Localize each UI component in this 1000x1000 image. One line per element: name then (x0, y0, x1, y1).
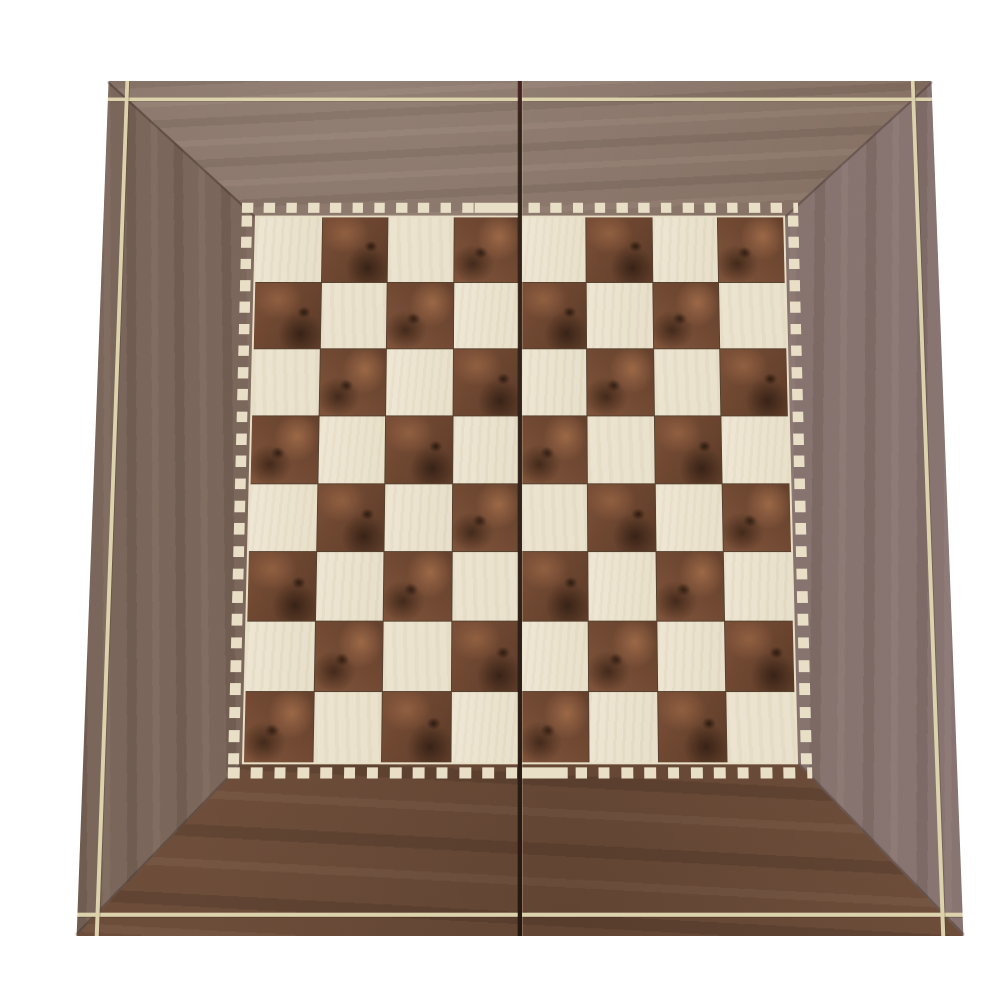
square-c3 (384, 552, 452, 620)
square-e2 (520, 622, 588, 691)
square-h4 (723, 484, 791, 552)
square-h5 (722, 416, 790, 483)
square-f4 (588, 484, 655, 552)
square-a7 (254, 283, 321, 348)
square-f7 (587, 283, 653, 348)
square-c2 (383, 622, 451, 691)
square-d6 (453, 349, 519, 415)
square-g7 (653, 283, 719, 348)
square-b6 (319, 349, 386, 415)
square-f8 (586, 217, 652, 282)
square-a5 (251, 416, 319, 483)
square-f3 (588, 552, 656, 620)
square-a4 (249, 484, 317, 552)
square-d5 (453, 416, 520, 483)
chess-board (77, 81, 964, 935)
fold-seam (518, 81, 522, 935)
square-d1 (451, 692, 519, 762)
square-g3 (656, 552, 724, 620)
dash-long-segment-bottom (522, 767, 568, 778)
square-b8 (322, 217, 388, 282)
square-h1 (727, 692, 796, 762)
square-b1 (313, 692, 382, 762)
square-d8 (454, 217, 519, 282)
square-d4 (453, 484, 520, 552)
square-a1 (244, 692, 313, 762)
square-e6 (520, 349, 586, 415)
square-f2 (589, 622, 657, 691)
square-g8 (652, 217, 718, 282)
square-c7 (387, 283, 453, 348)
square-f6 (587, 349, 654, 415)
square-g6 (654, 349, 721, 415)
square-c6 (386, 349, 453, 415)
square-h7 (719, 283, 786, 348)
square-f5 (588, 416, 655, 483)
square-e1 (520, 692, 588, 762)
square-g5 (655, 416, 722, 483)
square-h2 (725, 622, 794, 691)
square-a6 (252, 349, 319, 415)
square-c5 (386, 416, 453, 483)
square-g1 (658, 692, 727, 762)
square-d7 (454, 283, 520, 348)
square-b7 (320, 283, 386, 348)
square-a2 (246, 622, 315, 691)
square-e7 (520, 283, 586, 348)
square-c4 (385, 484, 452, 552)
dash-long-segment-top (475, 203, 519, 213)
square-b4 (317, 484, 385, 552)
square-g4 (655, 484, 723, 552)
square-e4 (520, 484, 587, 552)
square-h6 (721, 349, 788, 415)
square-c8 (388, 217, 454, 282)
square-a8 (255, 217, 321, 282)
square-d3 (452, 552, 519, 620)
square-b3 (316, 552, 384, 620)
square-b2 (314, 622, 383, 691)
square-e5 (520, 416, 587, 483)
square-e3 (520, 552, 587, 620)
square-d2 (452, 622, 520, 691)
square-b5 (318, 416, 385, 483)
square-a3 (247, 552, 316, 620)
square-h3 (724, 552, 793, 620)
square-h8 (718, 217, 784, 282)
square-c1 (382, 692, 451, 762)
square-e8 (520, 217, 585, 282)
page-background (0, 0, 1000, 1000)
square-f1 (589, 692, 658, 762)
square-g2 (657, 622, 726, 691)
